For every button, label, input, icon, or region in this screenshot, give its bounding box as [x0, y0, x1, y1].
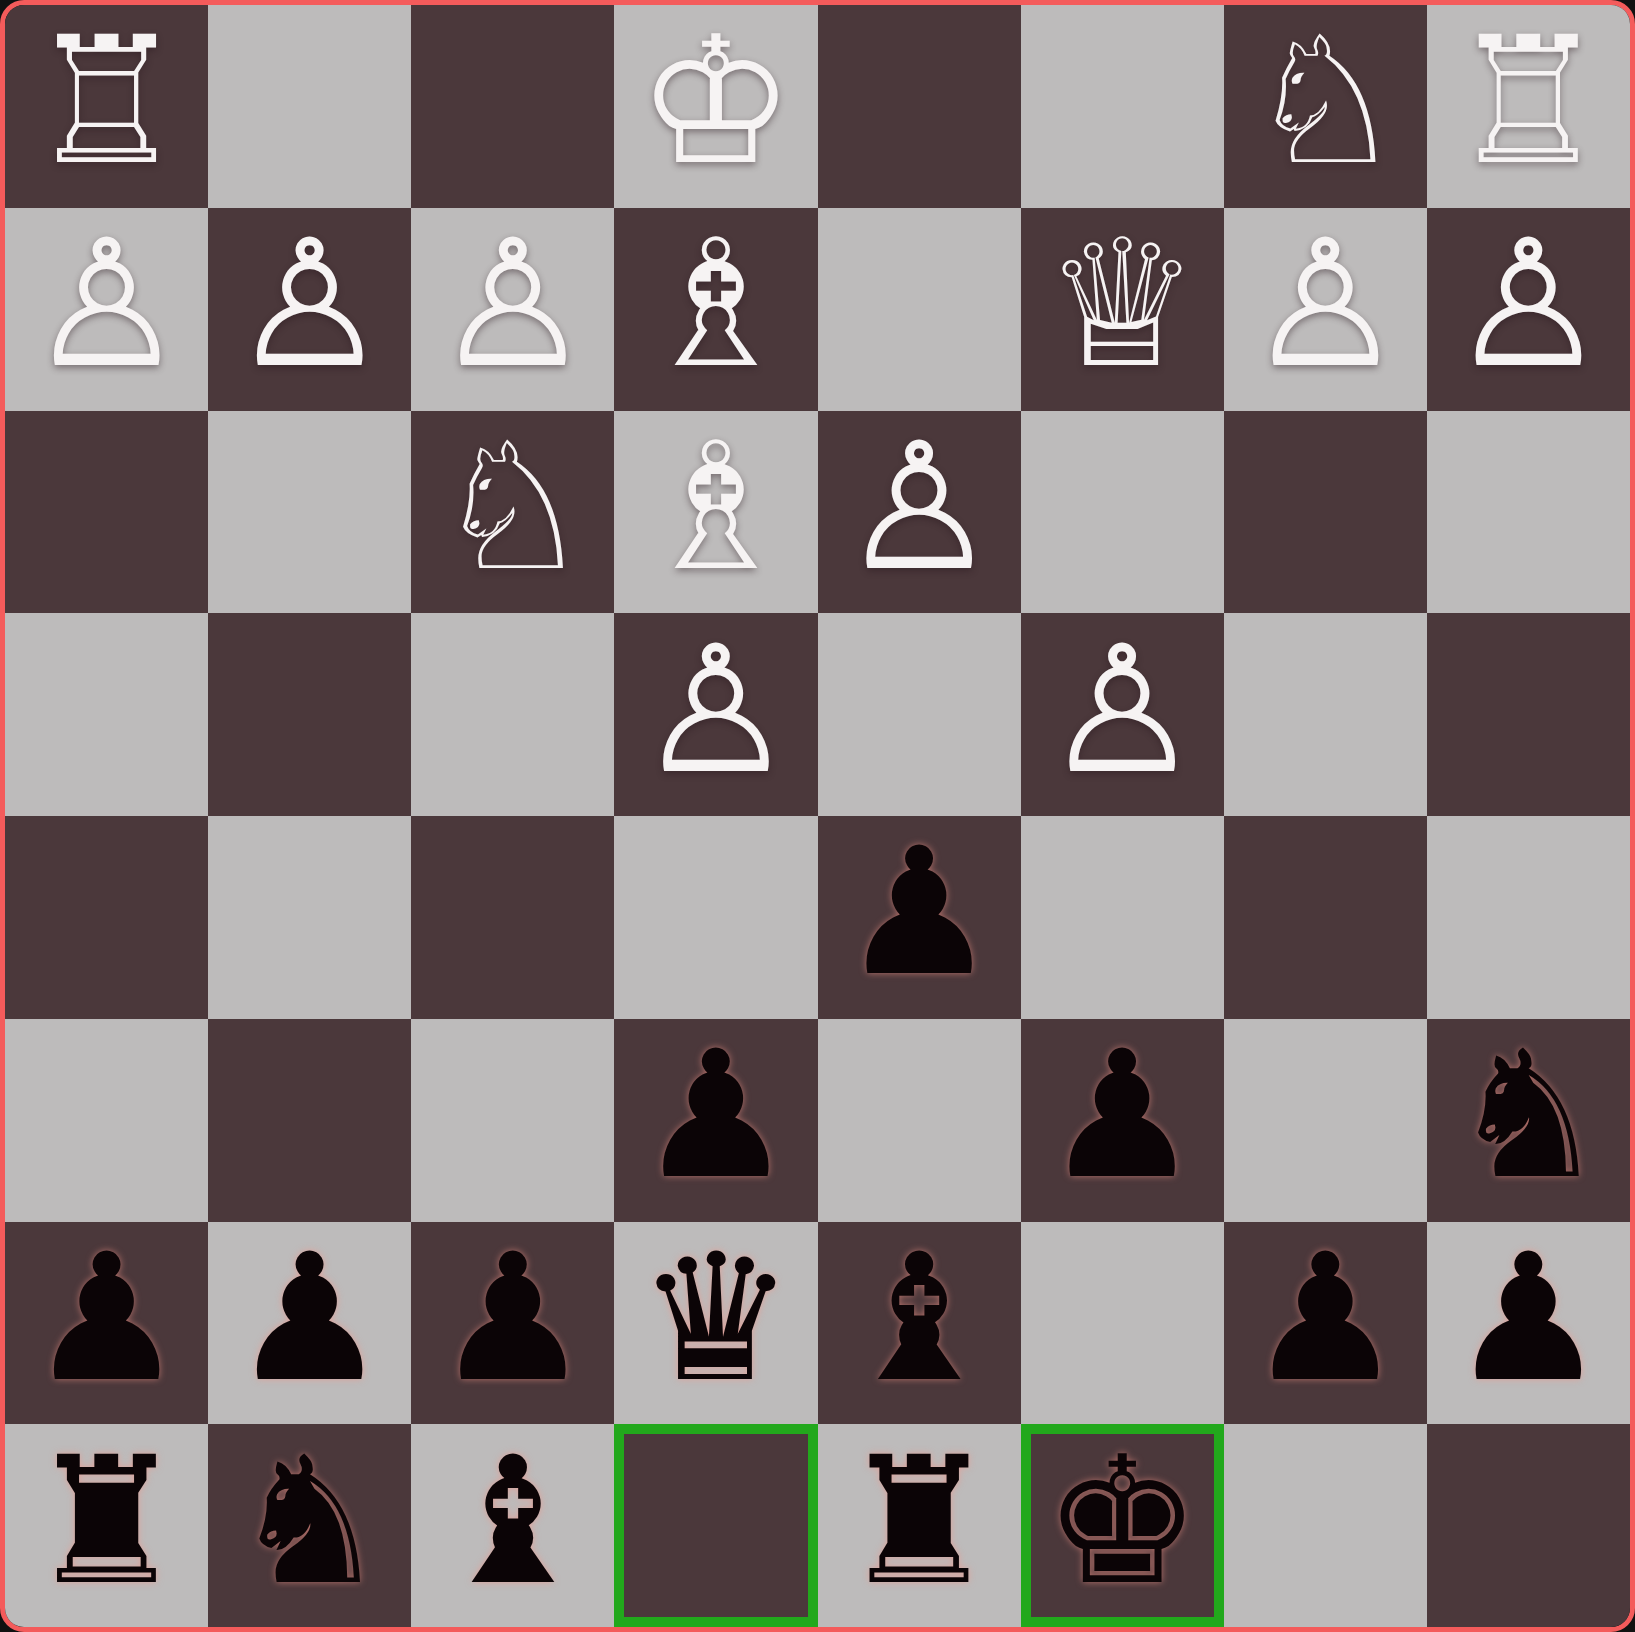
square-c2[interactable]: ♕	[1021, 208, 1224, 411]
square-f8[interactable]: ♝	[411, 1424, 614, 1627]
square-b1[interactable]: ♘	[1224, 5, 1427, 208]
square-d5[interactable]: ♟	[818, 816, 1021, 1019]
black-pawn[interactable]: ♟	[840, 825, 998, 1001]
black-bishop[interactable]: ♝	[434, 1434, 592, 1610]
square-b5[interactable]	[1224, 816, 1427, 1019]
black-pawn[interactable]: ♟	[1450, 1231, 1608, 1407]
square-h1[interactable]: ♖	[5, 5, 208, 208]
square-a4[interactable]	[1427, 613, 1630, 816]
white-knight[interactable]: ♘	[434, 420, 592, 596]
square-b3[interactable]	[1224, 411, 1427, 614]
square-c3[interactable]	[1021, 411, 1224, 614]
square-c8[interactable]: ♚	[1021, 1424, 1224, 1627]
white-pawn[interactable]: ♙	[434, 217, 592, 393]
square-g2[interactable]: ♙	[208, 208, 411, 411]
square-a5[interactable]	[1427, 816, 1630, 1019]
square-a1[interactable]: ♖	[1427, 5, 1630, 208]
black-knight[interactable]: ♞	[231, 1434, 389, 1610]
square-g6[interactable]	[208, 1019, 411, 1222]
white-bishop[interactable]: ♗	[637, 217, 795, 393]
black-rook[interactable]: ♜	[28, 1434, 186, 1610]
square-d6[interactable]	[818, 1019, 1021, 1222]
square-f5[interactable]	[411, 816, 614, 1019]
square-c6[interactable]: ♟	[1021, 1019, 1224, 1222]
square-c5[interactable]	[1021, 816, 1224, 1019]
square-h4[interactable]	[5, 613, 208, 816]
black-pawn[interactable]: ♟	[434, 1231, 592, 1407]
white-pawn[interactable]: ♙	[231, 217, 389, 393]
square-c1[interactable]	[1021, 5, 1224, 208]
chess-board: ♖♔♘♖♙♙♙♗♕♙♙♘♗♙♙♙♟♟♟♞♟♟♟♛♝♟♟♜♞♝♜♚	[0, 0, 1635, 1632]
square-g8[interactable]: ♞	[208, 1424, 411, 1627]
square-h6[interactable]	[5, 1019, 208, 1222]
square-h3[interactable]	[5, 411, 208, 614]
chess-app-stage: ♖♔♘♖♙♙♙♗♕♙♙♘♗♙♙♙♟♟♟♞♟♟♟♛♝♟♟♜♞♝♜♚	[0, 0, 1635, 1632]
square-h8[interactable]: ♜	[5, 1424, 208, 1627]
square-b6[interactable]	[1224, 1019, 1427, 1222]
black-pawn[interactable]: ♟	[1246, 1231, 1404, 1407]
square-a7[interactable]: ♟	[1427, 1222, 1630, 1425]
white-pawn[interactable]: ♙	[637, 623, 795, 799]
white-rook[interactable]: ♖	[1450, 14, 1608, 190]
white-pawn[interactable]: ♙	[1450, 217, 1608, 393]
square-b4[interactable]	[1224, 613, 1427, 816]
square-h5[interactable]	[5, 816, 208, 1019]
square-f1[interactable]	[411, 5, 614, 208]
black-rook[interactable]: ♜	[840, 1434, 998, 1610]
square-f6[interactable]	[411, 1019, 614, 1222]
square-d4[interactable]	[818, 613, 1021, 816]
black-pawn[interactable]: ♟	[231, 1231, 389, 1407]
square-h7[interactable]: ♟	[5, 1222, 208, 1425]
white-pawn[interactable]: ♙	[28, 217, 186, 393]
square-f3[interactable]: ♘	[411, 411, 614, 614]
white-king[interactable]: ♔	[637, 14, 795, 190]
square-e4[interactable]: ♙	[614, 613, 817, 816]
square-d8[interactable]: ♜	[818, 1424, 1021, 1627]
square-e8[interactable]	[614, 1424, 817, 1627]
square-h2[interactable]: ♙	[5, 208, 208, 411]
square-e3[interactable]: ♗	[614, 411, 817, 614]
square-g3[interactable]	[208, 411, 411, 614]
square-g7[interactable]: ♟	[208, 1222, 411, 1425]
square-c4[interactable]: ♙	[1021, 613, 1224, 816]
black-pawn[interactable]: ♟	[637, 1028, 795, 1204]
white-queen[interactable]: ♕	[1043, 217, 1201, 393]
square-e1[interactable]: ♔	[614, 5, 817, 208]
square-g5[interactable]	[208, 816, 411, 1019]
square-f4[interactable]	[411, 613, 614, 816]
square-g1[interactable]	[208, 5, 411, 208]
square-d1[interactable]	[818, 5, 1021, 208]
square-b2[interactable]: ♙	[1224, 208, 1427, 411]
square-a8[interactable]	[1427, 1424, 1630, 1627]
square-a6[interactable]: ♞	[1427, 1019, 1630, 1222]
black-knight[interactable]: ♞	[1450, 1028, 1608, 1204]
square-a3[interactable]	[1427, 411, 1630, 614]
white-bishop[interactable]: ♗	[637, 420, 795, 596]
black-queen[interactable]: ♛	[637, 1231, 795, 1407]
white-knight[interactable]: ♘	[1246, 14, 1404, 190]
square-e7[interactable]: ♛	[614, 1222, 817, 1425]
square-d7[interactable]: ♝	[818, 1222, 1021, 1425]
square-c7[interactable]	[1021, 1222, 1224, 1425]
square-f2[interactable]: ♙	[411, 208, 614, 411]
black-king[interactable]: ♚	[1043, 1434, 1201, 1610]
black-pawn[interactable]: ♟	[28, 1231, 186, 1407]
black-bishop[interactable]: ♝	[840, 1231, 998, 1407]
white-pawn[interactable]: ♙	[1246, 217, 1404, 393]
black-pawn[interactable]: ♟	[1043, 1028, 1201, 1204]
white-pawn[interactable]: ♙	[1043, 623, 1201, 799]
square-f7[interactable]: ♟	[411, 1222, 614, 1425]
white-rook[interactable]: ♖	[28, 14, 186, 190]
square-e6[interactable]: ♟	[614, 1019, 817, 1222]
square-g4[interactable]	[208, 613, 411, 816]
white-pawn[interactable]: ♙	[840, 420, 998, 596]
square-a2[interactable]: ♙	[1427, 208, 1630, 411]
square-b7[interactable]: ♟	[1224, 1222, 1427, 1425]
square-d3[interactable]: ♙	[818, 411, 1021, 614]
square-d2[interactable]	[818, 208, 1021, 411]
square-e2[interactable]: ♗	[614, 208, 817, 411]
square-b8[interactable]	[1224, 1424, 1427, 1627]
square-e5[interactable]	[614, 816, 817, 1019]
